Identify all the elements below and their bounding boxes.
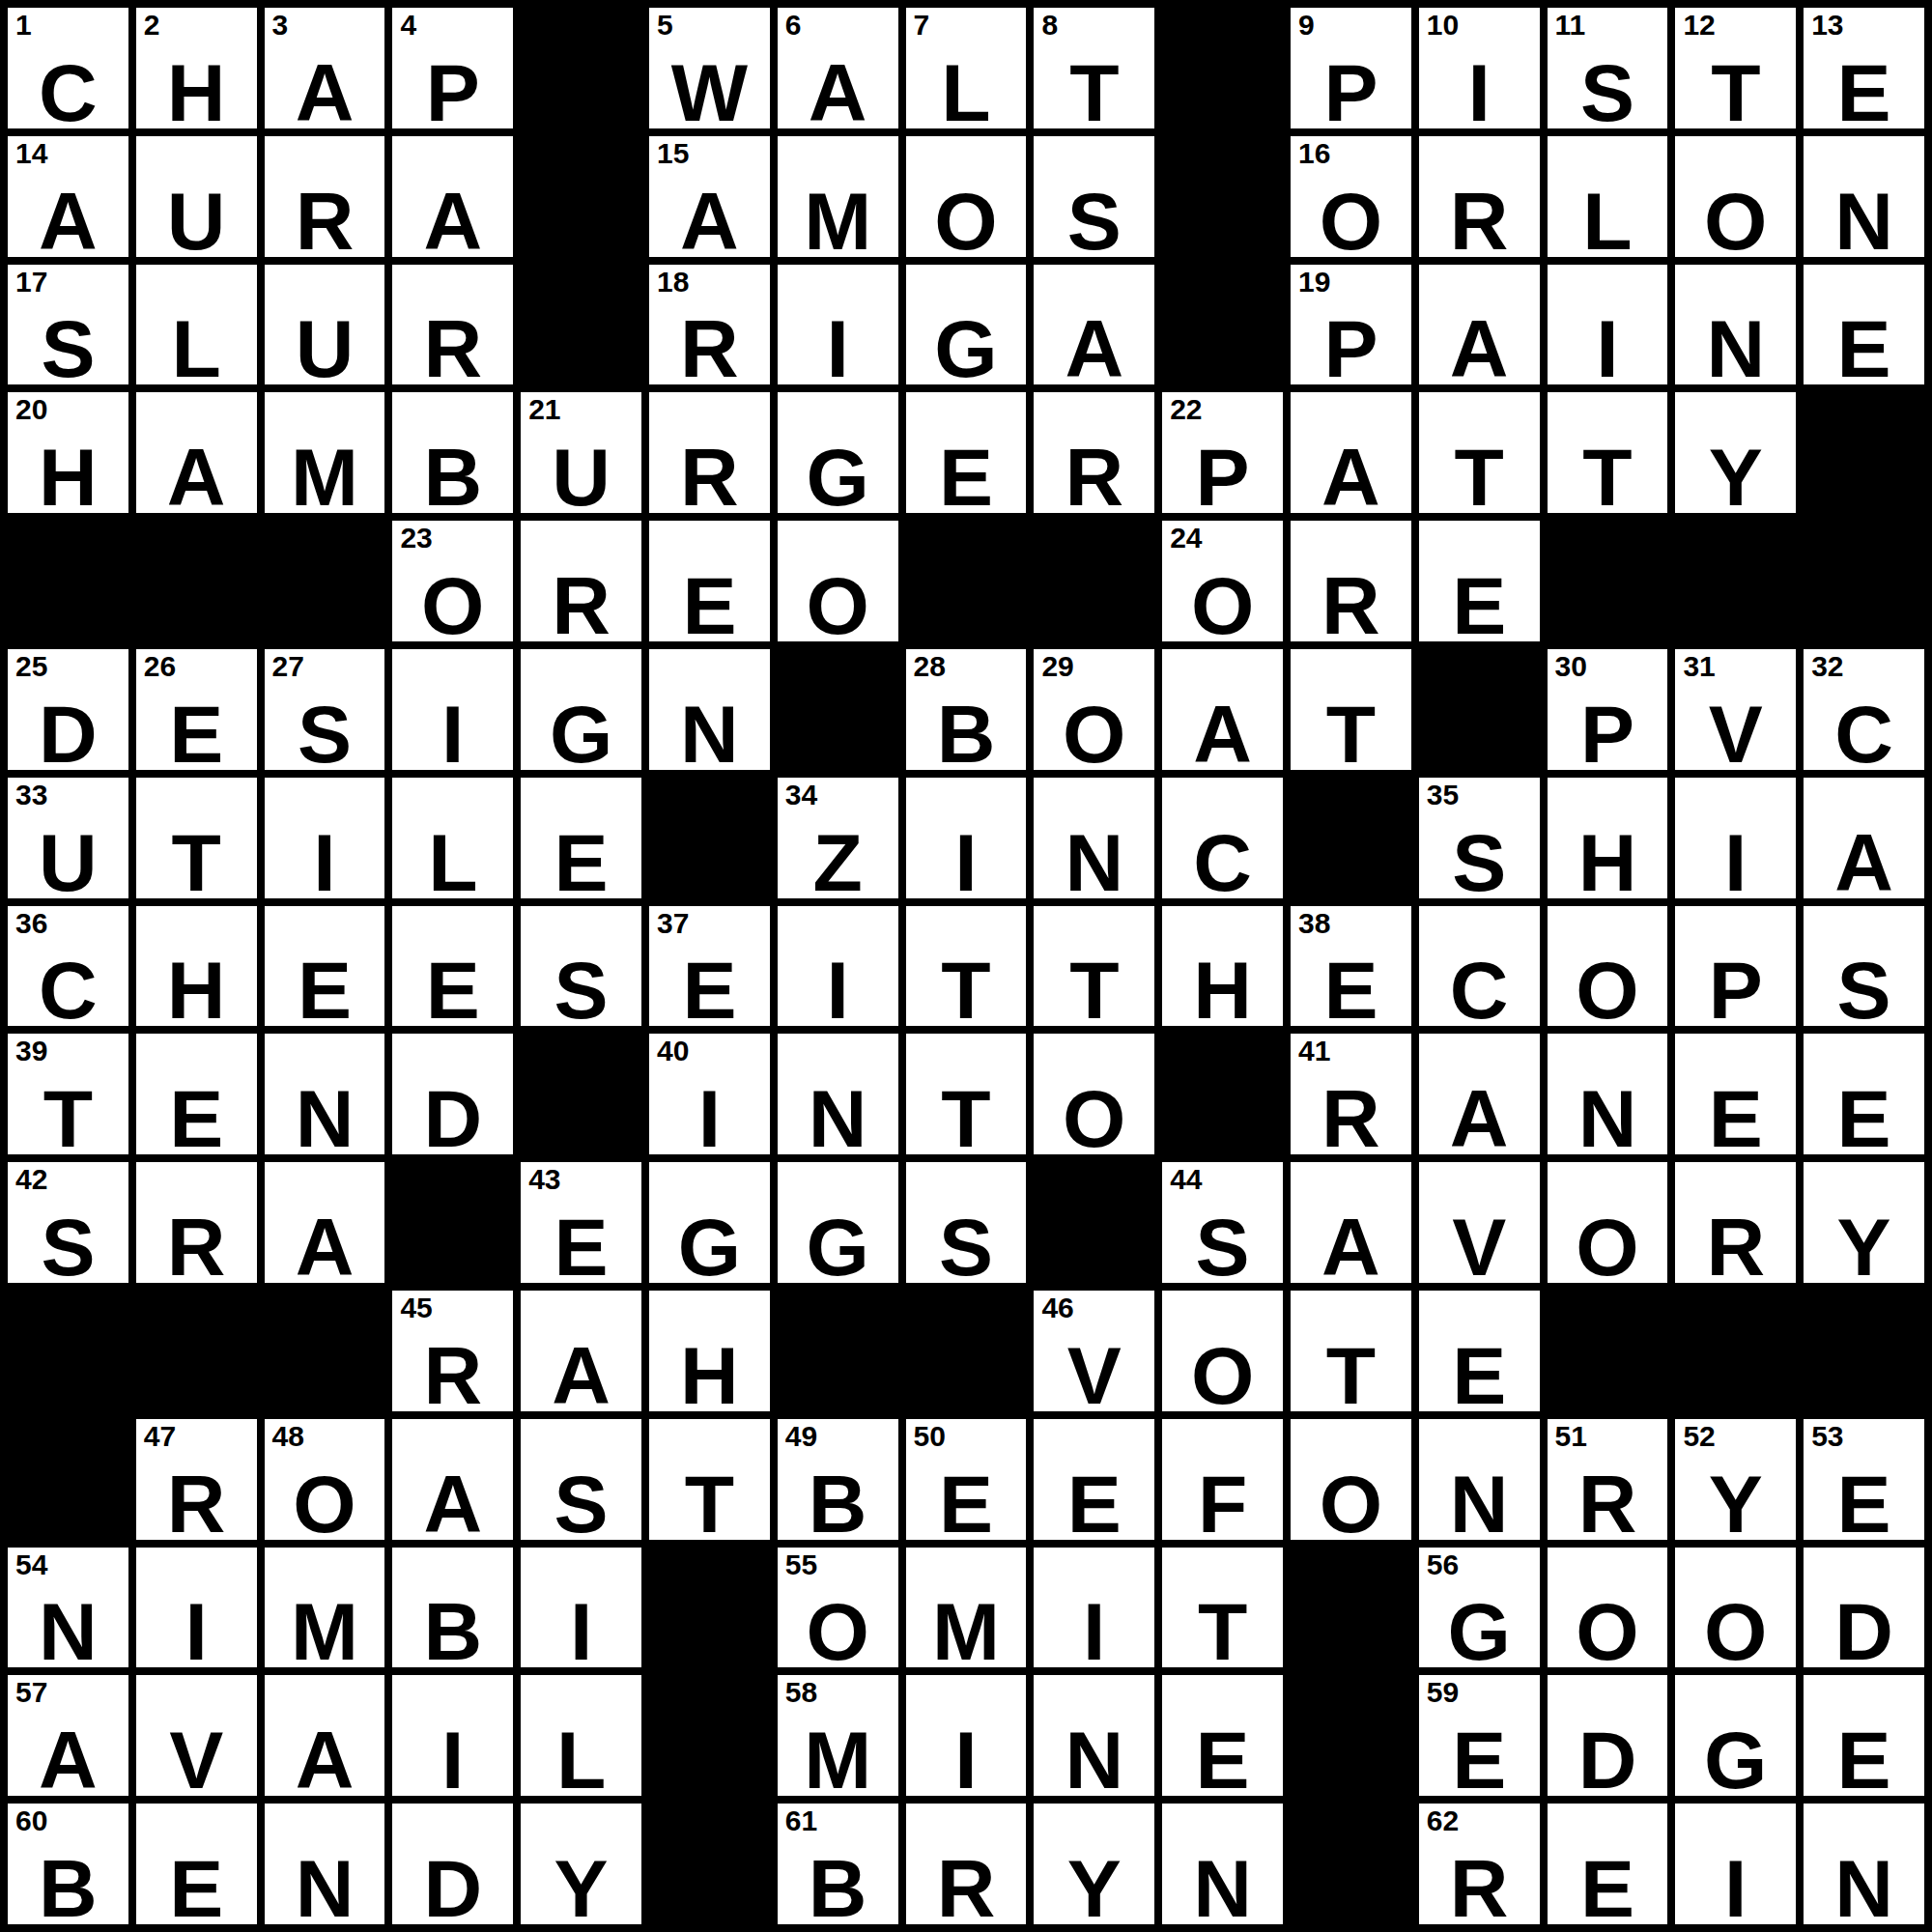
cell-letter: P <box>1162 437 1283 518</box>
cell-r14c14[interactable]: G <box>1675 1675 1796 1796</box>
cell-r14c7[interactable]: 58M <box>778 1675 898 1796</box>
cell-r3c6[interactable]: 18R <box>649 265 770 385</box>
cell-r15c7[interactable]: 61B <box>778 1804 898 1924</box>
cell-r9c12[interactable]: A <box>1419 1034 1540 1154</box>
cell-r8c8[interactable]: T <box>906 906 1027 1027</box>
cell-r3c15[interactable]: E <box>1804 265 1924 385</box>
cell-letter: N <box>8 1591 128 1672</box>
cell-letter: R <box>649 308 770 389</box>
cell-letter: A <box>136 437 257 518</box>
cell-r13c10[interactable]: T <box>1162 1548 1283 1668</box>
cell-r3c14[interactable]: N <box>1675 265 1796 385</box>
cell-letter: S <box>1419 822 1540 903</box>
cell-r6c3[interactable]: 27S <box>265 649 385 770</box>
cell-r10c12[interactable]: V <box>1419 1162 1540 1283</box>
cell-r5c12[interactable]: E <box>1419 521 1540 641</box>
cell-letter: I <box>649 1078 770 1159</box>
cell-letter: T <box>649 1463 770 1545</box>
cell-letter: L <box>392 822 513 903</box>
black-cell-r9c5 <box>521 1034 641 1154</box>
cell-letter: Y <box>1675 1463 1796 1545</box>
cell-r9c4[interactable]: D <box>392 1034 513 1154</box>
black-cell-r9c10 <box>1162 1034 1283 1154</box>
cell-r4c2[interactable]: A <box>136 392 257 513</box>
cell-r10c13[interactable]: O <box>1548 1162 1668 1283</box>
cell-r9c6[interactable]: 40I <box>649 1034 770 1154</box>
cell-r5c4[interactable]: 23O <box>392 521 513 641</box>
cell-r2c9[interactable]: S <box>1034 136 1154 257</box>
cell-r5c5[interactable]: R <box>521 521 641 641</box>
black-cell-r4c15 <box>1804 392 1924 513</box>
cell-letter: O <box>1162 1335 1283 1416</box>
cell-r13c15[interactable]: D <box>1804 1548 1924 1668</box>
cell-r2c15[interactable]: N <box>1804 136 1924 257</box>
cell-r6c4[interactable]: I <box>392 649 513 770</box>
cell-r1c14[interactable]: 12T <box>1675 8 1796 128</box>
cell-r9c8[interactable]: T <box>906 1034 1027 1154</box>
cell-letter: Y <box>1675 437 1796 518</box>
cell-r7c12[interactable]: 35S <box>1419 778 1540 898</box>
cell-r6c13[interactable]: 30P <box>1548 649 1668 770</box>
clue-number: 31 <box>1683 652 1715 681</box>
cell-letter: D <box>8 694 128 775</box>
cell-letter: V <box>1419 1207 1540 1288</box>
cell-r15c10[interactable]: N <box>1162 1804 1283 1924</box>
cell-letter: I <box>392 694 513 775</box>
cell-letter: R <box>1419 1848 1540 1929</box>
cell-letter: T <box>1162 1591 1283 1672</box>
cell-r14c5[interactable]: L <box>521 1675 641 1796</box>
cell-r1c4[interactable]: 4P <box>392 8 513 128</box>
cell-r2c6[interactable]: 15A <box>649 136 770 257</box>
cell-letter: R <box>392 308 513 389</box>
cell-r6c9[interactable]: 29O <box>1034 649 1154 770</box>
cell-r4c12[interactable]: T <box>1419 392 1540 513</box>
cell-letter: P <box>1548 694 1668 775</box>
cell-r9c15[interactable]: E <box>1804 1034 1924 1154</box>
cell-r12c2[interactable]: 47R <box>136 1419 257 1540</box>
cell-letter: L <box>1548 181 1668 262</box>
cell-letter: E <box>1162 1719 1283 1801</box>
cell-r13c3[interactable]: M <box>265 1548 385 1668</box>
cell-letter: I <box>1419 52 1540 133</box>
cell-letter: R <box>136 1207 257 1288</box>
cell-letter: G <box>778 1207 898 1288</box>
cell-r6c5[interactable]: G <box>521 649 641 770</box>
cell-r8c11[interactable]: 38E <box>1291 906 1411 1027</box>
cell-r2c8[interactable]: O <box>906 136 1027 257</box>
cell-letter: A <box>1291 1207 1411 1288</box>
cell-r9c13[interactable]: N <box>1548 1034 1668 1154</box>
cell-r14c15[interactable]: E <box>1804 1675 1924 1796</box>
cell-r7c5[interactable]: E <box>521 778 641 898</box>
black-cell-r11c7 <box>778 1291 898 1411</box>
cell-letter: E <box>521 1207 641 1288</box>
cell-r6c15[interactable]: 32C <box>1804 649 1924 770</box>
cell-r14c10[interactable]: E <box>1162 1675 1283 1796</box>
cell-r10c5[interactable]: 43E <box>521 1162 641 1283</box>
black-cell-r11c1 <box>8 1291 128 1411</box>
black-cell-r3c10 <box>1162 265 1283 385</box>
clue-number: 17 <box>15 268 47 297</box>
cell-r3c7[interactable]: I <box>778 265 898 385</box>
cell-r8c15[interactable]: S <box>1804 906 1924 1027</box>
cell-r14c1[interactable]: 57A <box>8 1675 128 1796</box>
cell-r11c9[interactable]: 46V <box>1034 1291 1154 1411</box>
cell-r7c4[interactable]: L <box>392 778 513 898</box>
black-cell-r15c11 <box>1291 1804 1411 1924</box>
cell-r14c8[interactable]: I <box>906 1675 1027 1796</box>
cell-r7c13[interactable]: H <box>1548 778 1668 898</box>
cell-letter: D <box>392 1078 513 1159</box>
cell-r11c4[interactable]: 45R <box>392 1291 513 1411</box>
cell-r10c3[interactable]: A <box>265 1162 385 1283</box>
cell-r2c12[interactable]: R <box>1419 136 1540 257</box>
cell-r5c6[interactable]: E <box>649 521 770 641</box>
cell-letter: E <box>1804 52 1924 133</box>
clue-number: 42 <box>15 1165 47 1194</box>
cell-r1c9[interactable]: 8T <box>1034 8 1154 128</box>
cell-letter: H <box>136 52 257 133</box>
black-cell-r11c8 <box>906 1291 1027 1411</box>
cell-r9c2[interactable]: E <box>136 1034 257 1154</box>
cell-letter: T <box>906 1078 1027 1159</box>
cell-letter: E <box>1804 1078 1924 1159</box>
cell-r2c11[interactable]: 16O <box>1291 136 1411 257</box>
cell-letter: A <box>1804 822 1924 903</box>
cell-r8c1[interactable]: 36C <box>8 906 128 1027</box>
cell-letter: C <box>8 52 128 133</box>
cell-r6c2[interactable]: 26E <box>136 649 257 770</box>
cell-r14c2[interactable]: V <box>136 1675 257 1796</box>
cell-letter: S <box>1548 52 1668 133</box>
cell-r13c9[interactable]: I <box>1034 1548 1154 1668</box>
cell-r10c6[interactable]: G <box>649 1162 770 1283</box>
cell-r7c3[interactable]: I <box>265 778 385 898</box>
cell-r3c9[interactable]: A <box>1034 265 1154 385</box>
cell-letter: R <box>1291 1078 1411 1159</box>
cell-letter: O <box>1675 181 1796 262</box>
cell-r3c13[interactable]: I <box>1548 265 1668 385</box>
cell-r13c5[interactable]: I <box>521 1548 641 1668</box>
cell-r12c14[interactable]: 52Y <box>1675 1419 1796 1540</box>
cell-letter: T <box>1291 1335 1411 1416</box>
cell-r1c12[interactable]: 10I <box>1419 8 1540 128</box>
black-cell-r15c6 <box>649 1804 770 1924</box>
clue-number: 4 <box>400 11 416 40</box>
cell-letter: A <box>265 52 385 133</box>
cell-r14c12[interactable]: 59E <box>1419 1675 1540 1796</box>
cell-r6c14[interactable]: 31V <box>1675 649 1796 770</box>
cell-r15c5[interactable]: Y <box>521 1804 641 1924</box>
cell-r8c6[interactable]: 37E <box>649 906 770 1027</box>
cell-r12c10[interactable]: F <box>1162 1419 1283 1540</box>
cell-letter: U <box>521 437 641 518</box>
cell-r3c1[interactable]: 17S <box>8 265 128 385</box>
cell-r6c8[interactable]: 28B <box>906 649 1027 770</box>
cell-r2c1[interactable]: 14A <box>8 136 128 257</box>
cell-letter: A <box>1034 308 1154 389</box>
cell-r7c7[interactable]: 34Z <box>778 778 898 898</box>
cell-r8c14[interactable]: P <box>1675 906 1796 1027</box>
cell-r3c2[interactable]: L <box>136 265 257 385</box>
cell-letter: I <box>265 822 385 903</box>
cell-r12c7[interactable]: 49B <box>778 1419 898 1540</box>
cell-r7c8[interactable]: I <box>906 778 1027 898</box>
cell-r1c15[interactable]: 13E <box>1804 8 1924 128</box>
cell-letter: E <box>1419 565 1540 646</box>
cell-r10c10[interactable]: 44S <box>1162 1162 1283 1283</box>
clue-number: 27 <box>272 652 304 681</box>
clue-number: 23 <box>400 524 432 553</box>
cell-r15c12[interactable]: 62R <box>1419 1804 1540 1924</box>
cell-r15c4[interactable]: D <box>392 1804 513 1924</box>
cell-r4c9[interactable]: R <box>1034 392 1154 513</box>
black-cell-r10c4 <box>392 1162 513 1283</box>
cell-letter: O <box>1548 1207 1668 1288</box>
cell-r13c14[interactable]: O <box>1675 1548 1796 1668</box>
cell-r15c9[interactable]: Y <box>1034 1804 1154 1924</box>
black-cell-r14c6 <box>649 1675 770 1796</box>
cell-r6c10[interactable]: A <box>1162 649 1283 770</box>
cell-letter: I <box>1034 1591 1154 1672</box>
cell-r4c5[interactable]: 21U <box>521 392 641 513</box>
cell-letter: S <box>1804 950 1924 1031</box>
cell-r12c9[interactable]: E <box>1034 1419 1154 1540</box>
cell-r8c10[interactable]: H <box>1162 906 1283 1027</box>
cell-r13c7[interactable]: 55O <box>778 1548 898 1668</box>
cell-letter: P <box>1291 308 1411 389</box>
cell-r4c1[interactable]: 20H <box>8 392 128 513</box>
cell-r8c5[interactable]: S <box>521 906 641 1027</box>
cell-letter: R <box>521 565 641 646</box>
cell-r8c9[interactable]: T <box>1034 906 1154 1027</box>
cell-r7c2[interactable]: T <box>136 778 257 898</box>
cell-r3c11[interactable]: 19P <box>1291 265 1411 385</box>
cell-r9c1[interactable]: 39T <box>8 1034 128 1154</box>
cell-r13c4[interactable]: B <box>392 1548 513 1668</box>
cell-r8c7[interactable]: I <box>778 906 898 1027</box>
cell-r10c1[interactable]: 42S <box>8 1162 128 1283</box>
cell-r1c6[interactable]: 5W <box>649 8 770 128</box>
cell-r12c4[interactable]: A <box>392 1419 513 1540</box>
cell-letter: G <box>778 437 898 518</box>
cell-letter: C <box>8 950 128 1031</box>
cell-r12c5[interactable]: S <box>521 1419 641 1540</box>
clue-number: 35 <box>1427 781 1459 810</box>
cell-letter: N <box>1034 1719 1154 1801</box>
clue-number: 1 <box>15 11 32 40</box>
cell-r10c7[interactable]: G <box>778 1162 898 1283</box>
cell-letter: A <box>8 1719 128 1801</box>
cell-r1c2[interactable]: 2H <box>136 8 257 128</box>
cell-r7c15[interactable]: A <box>1804 778 1924 898</box>
cell-r13c8[interactable]: M <box>906 1548 1027 1668</box>
clue-number: 5 <box>657 11 673 40</box>
cell-r4c6[interactable]: R <box>649 392 770 513</box>
cell-r12c6[interactable]: T <box>649 1419 770 1540</box>
cell-r4c7[interactable]: G <box>778 392 898 513</box>
cell-r9c14[interactable]: E <box>1675 1034 1796 1154</box>
cell-r4c4[interactable]: B <box>392 392 513 513</box>
cell-r13c2[interactable]: I <box>136 1548 257 1668</box>
clue-number: 56 <box>1427 1550 1459 1579</box>
cell-r9c7[interactable]: N <box>778 1034 898 1154</box>
black-cell-r11c13 <box>1548 1291 1668 1411</box>
cell-r5c7[interactable]: O <box>778 521 898 641</box>
cell-r8c2[interactable]: H <box>136 906 257 1027</box>
cell-r6c1[interactable]: 25D <box>8 649 128 770</box>
clue-number: 37 <box>657 909 689 938</box>
cell-r15c8[interactable]: R <box>906 1804 1027 1924</box>
cell-r2c7[interactable]: M <box>778 136 898 257</box>
cell-letter: N <box>649 694 770 775</box>
cell-r7c14[interactable]: I <box>1675 778 1796 898</box>
cell-r7c10[interactable]: C <box>1162 778 1283 898</box>
clue-number: 18 <box>657 268 689 297</box>
cell-r1c3[interactable]: 3A <box>265 8 385 128</box>
cell-r10c15[interactable]: Y <box>1804 1162 1924 1283</box>
cell-r12c8[interactable]: 50E <box>906 1419 1027 1540</box>
cell-r14c9[interactable]: N <box>1034 1675 1154 1796</box>
cell-letter: E <box>649 565 770 646</box>
cell-r8c13[interactable]: O <box>1548 906 1668 1027</box>
cell-r10c11[interactable]: A <box>1291 1162 1411 1283</box>
cell-r10c2[interactable]: R <box>136 1162 257 1283</box>
cell-r8c4[interactable]: E <box>392 906 513 1027</box>
cell-letter: G <box>906 308 1027 389</box>
cell-letter: A <box>392 181 513 262</box>
cell-letter: G <box>1419 1591 1540 1672</box>
cell-r4c14[interactable]: Y <box>1675 392 1796 513</box>
clue-number: 25 <box>15 652 47 681</box>
cell-r15c13[interactable]: E <box>1548 1804 1668 1924</box>
clue-number: 50 <box>914 1422 946 1451</box>
cell-r10c8[interactable]: S <box>906 1162 1027 1283</box>
cell-r12c12[interactable]: N <box>1419 1419 1540 1540</box>
cell-r8c12[interactable]: C <box>1419 906 1540 1027</box>
cell-r15c2[interactable]: E <box>136 1804 257 1924</box>
cell-r12c3[interactable]: 48O <box>265 1419 385 1540</box>
cell-r6c11[interactable]: T <box>1291 649 1411 770</box>
clue-number: 29 <box>1041 652 1073 681</box>
cell-letter: I <box>778 308 898 389</box>
cell-r13c1[interactable]: 54N <box>8 1548 128 1668</box>
cell-r4c11[interactable]: A <box>1291 392 1411 513</box>
cell-letter: P <box>1291 52 1411 133</box>
cell-r4c3[interactable]: M <box>265 392 385 513</box>
cell-r1c1[interactable]: 1C <box>8 8 128 128</box>
cell-letter: I <box>136 1591 257 1672</box>
cell-letter: B <box>392 1591 513 1672</box>
cell-r3c8[interactable]: G <box>906 265 1027 385</box>
clue-number: 13 <box>1811 11 1843 40</box>
cell-r13c13[interactable]: O <box>1548 1548 1668 1668</box>
cell-letter: C <box>1162 822 1283 903</box>
clue-number: 22 <box>1170 395 1202 424</box>
black-cell-r14c11 <box>1291 1675 1411 1796</box>
cell-letter: I <box>1548 308 1668 389</box>
cell-r15c14[interactable]: I <box>1675 1804 1796 1924</box>
cell-letter: D <box>1804 1591 1924 1672</box>
cell-r15c1[interactable]: 60B <box>8 1804 128 1924</box>
cell-r2c13[interactable]: L <box>1548 136 1668 257</box>
cell-letter: O <box>1291 181 1411 262</box>
cell-letter: A <box>521 1335 641 1416</box>
cell-r15c3[interactable]: N <box>265 1804 385 1924</box>
cell-r3c3[interactable]: U <box>265 265 385 385</box>
cell-r9c9[interactable]: O <box>1034 1034 1154 1154</box>
cell-letter: O <box>778 565 898 646</box>
cell-letter: A <box>649 181 770 262</box>
cell-letter: S <box>906 1207 1027 1288</box>
cell-r5c11[interactable]: R <box>1291 521 1411 641</box>
cell-r12c11[interactable]: O <box>1291 1419 1411 1540</box>
cell-r3c4[interactable]: R <box>392 265 513 385</box>
cell-letter: R <box>1291 565 1411 646</box>
cell-r2c4[interactable]: A <box>392 136 513 257</box>
cell-r15c15[interactable]: N <box>1804 1804 1924 1924</box>
cell-r8c3[interactable]: E <box>265 906 385 1027</box>
cell-letter: E <box>136 1078 257 1159</box>
cell-r4c8[interactable]: E <box>906 392 1027 513</box>
cell-letter: D <box>392 1848 513 1929</box>
black-cell-r7c6 <box>649 778 770 898</box>
cell-r12c15[interactable]: 53E <box>1804 1419 1924 1540</box>
cell-r1c13[interactable]: 11S <box>1548 8 1668 128</box>
cell-r1c8[interactable]: 7L <box>906 8 1027 128</box>
cell-r9c11[interactable]: 41R <box>1291 1034 1411 1154</box>
clue-number: 53 <box>1811 1422 1843 1451</box>
cell-letter: R <box>649 437 770 518</box>
cell-r11c10[interactable]: O <box>1162 1291 1283 1411</box>
cell-letter: U <box>136 181 257 262</box>
cell-r2c14[interactable]: O <box>1675 136 1796 257</box>
cell-r9c3[interactable]: N <box>265 1034 385 1154</box>
cell-r1c7[interactable]: 6A <box>778 8 898 128</box>
cell-r10c14[interactable]: R <box>1675 1162 1796 1283</box>
cell-r14c4[interactable]: I <box>392 1675 513 1796</box>
black-cell-r5c9 <box>1034 521 1154 641</box>
cell-r4c13[interactable]: T <box>1548 392 1668 513</box>
cell-letter: A <box>778 52 898 133</box>
cell-r13c12[interactable]: 56G <box>1419 1548 1540 1668</box>
cell-r7c1[interactable]: 33U <box>8 778 128 898</box>
cell-r14c13[interactable]: D <box>1548 1675 1668 1796</box>
cell-letter: E <box>1034 1463 1154 1545</box>
black-cell-r10c9 <box>1034 1162 1154 1283</box>
cell-r11c5[interactable]: A <box>521 1291 641 1411</box>
clue-number: 6 <box>785 11 802 40</box>
cell-r6c6[interactable]: N <box>649 649 770 770</box>
cell-r12c13[interactable]: 51R <box>1548 1419 1668 1540</box>
cell-letter: I <box>1675 1848 1796 1929</box>
cell-r11c6[interactable]: H <box>649 1291 770 1411</box>
cell-r11c12[interactable]: E <box>1419 1291 1540 1411</box>
black-cell-r7c11 <box>1291 778 1411 898</box>
cell-r14c3[interactable]: A <box>265 1675 385 1796</box>
cell-letter: T <box>1034 52 1154 133</box>
cell-r11c11[interactable]: T <box>1291 1291 1411 1411</box>
cell-r2c3[interactable]: R <box>265 136 385 257</box>
cell-r4c10[interactable]: 22P <box>1162 392 1283 513</box>
cell-r7c9[interactable]: N <box>1034 778 1154 898</box>
cell-r5c10[interactable]: 24O <box>1162 521 1283 641</box>
cell-r1c11[interactable]: 9P <box>1291 8 1411 128</box>
cell-r3c12[interactable]: A <box>1419 265 1540 385</box>
clue-number: 44 <box>1170 1165 1202 1194</box>
cell-r2c2[interactable]: U <box>136 136 257 257</box>
